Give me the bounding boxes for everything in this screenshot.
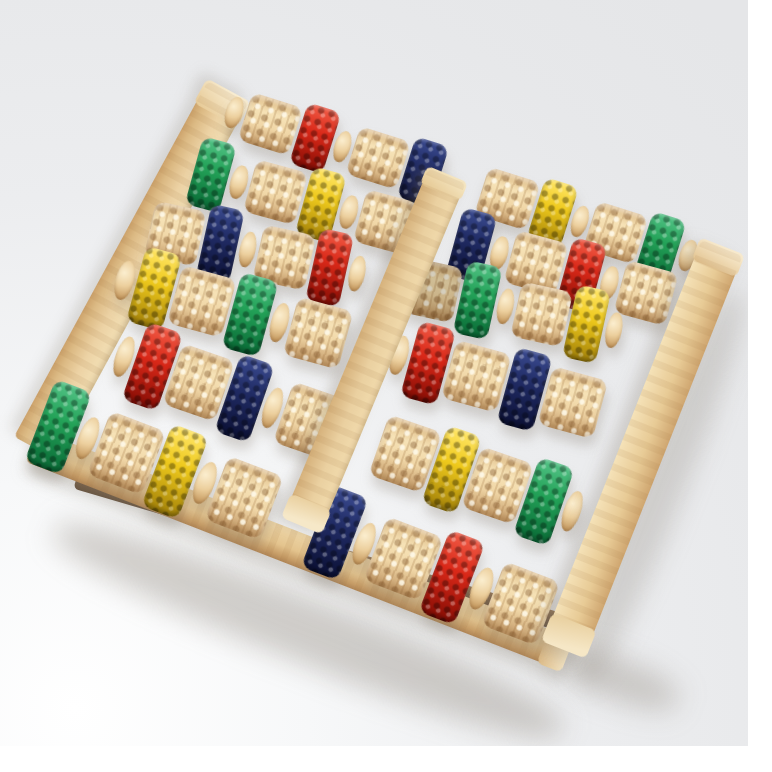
ridged-roller [283,297,353,370]
ridged-roller [243,159,309,224]
product-photo [0,0,748,746]
ridged-roller [510,281,573,348]
ridged-roller [537,366,607,439]
page: { "scene": { "description": "Overhead pr… [0,0,772,772]
wood-bead [345,254,369,294]
